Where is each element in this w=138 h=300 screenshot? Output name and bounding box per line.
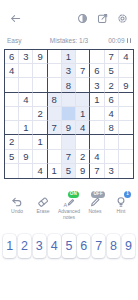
cell-r8c4[interactable] xyxy=(48,150,62,164)
erase-label: Erase xyxy=(36,208,49,214)
cell-r4c4[interactable]: 8 xyxy=(48,93,62,107)
sudoku-board: 6391744376583294816214179482159724415973 xyxy=(4,49,134,179)
cell-r2c9[interactable] xyxy=(119,64,133,78)
cell-r1c2[interactable]: 3 xyxy=(19,50,33,64)
cell-r3c5[interactable]: 8 xyxy=(62,78,76,92)
advanced-notes-label: Advanced notes xyxy=(56,208,82,220)
cell-r8c3[interactable] xyxy=(33,150,47,164)
cell-r2c6[interactable]: 7 xyxy=(76,64,90,78)
svg-text:A: A xyxy=(64,202,68,208)
difficulty-label: Easy xyxy=(7,37,41,44)
undo-button[interactable]: Undo xyxy=(4,194,30,220)
cell-r3c1[interactable] xyxy=(5,78,19,92)
cell-r9c2[interactable] xyxy=(19,164,33,178)
cell-r1c4[interactable] xyxy=(48,50,62,64)
cell-r6c8[interactable]: 8 xyxy=(105,121,119,135)
cell-r4c9[interactable] xyxy=(119,93,133,107)
cell-r7c5[interactable] xyxy=(62,135,76,149)
back-button[interactable] xyxy=(10,13,21,24)
undo-icon xyxy=(11,194,23,206)
cell-r7c7[interactable] xyxy=(90,135,104,149)
cell-r3c4[interactable] xyxy=(48,78,62,92)
cell-r6c6[interactable]: 4 xyxy=(76,121,90,135)
cell-r4c8[interactable]: 6 xyxy=(105,93,119,107)
cell-r1c6[interactable] xyxy=(76,50,90,64)
cell-r8c5[interactable]: 7 xyxy=(62,150,76,164)
theme-button[interactable] xyxy=(77,13,88,24)
cell-r2c5[interactable]: 3 xyxy=(62,64,76,78)
cell-r5c2[interactable] xyxy=(19,107,33,121)
cell-r6c3[interactable] xyxy=(33,121,47,135)
cell-r4c5[interactable] xyxy=(62,93,76,107)
back-arrow-icon xyxy=(10,13,21,24)
notes-label: Notes xyxy=(88,208,101,214)
numpad-key-7[interactable]: 7 xyxy=(92,234,105,258)
hint-button[interactable]: 1 Hint xyxy=(108,194,134,220)
cell-r9c3[interactable]: 4 xyxy=(33,164,47,178)
cell-r6c4[interactable]: 7 xyxy=(48,121,62,135)
eraser-icon xyxy=(37,194,49,206)
cell-r5c7[interactable] xyxy=(90,107,104,121)
status-bar: Easy Mistakes: 1/3 00:09 xyxy=(0,24,138,44)
cell-r5c9[interactable] xyxy=(119,107,133,121)
numpad-key-2[interactable]: 2 xyxy=(18,234,31,258)
pause-button[interactable] xyxy=(127,38,131,43)
cell-r4c7[interactable]: 1 xyxy=(90,93,104,107)
cell-r7c1[interactable]: 2 xyxy=(5,135,19,149)
notes-button[interactable]: OFF Notes xyxy=(82,194,108,220)
numpad-key-9[interactable]: 9 xyxy=(122,234,135,258)
timer: 00:09 xyxy=(108,37,124,44)
cell-r7c9[interactable] xyxy=(119,135,133,149)
cell-r4c3[interactable] xyxy=(33,93,47,107)
cell-r8c6[interactable]: 2 xyxy=(76,150,90,164)
cell-r5c3[interactable]: 2 xyxy=(33,107,47,121)
cell-r2c4[interactable] xyxy=(48,64,62,78)
cell-r3c7[interactable]: 3 xyxy=(90,78,104,92)
hint-badge: 1 xyxy=(124,191,131,198)
cell-r1c9[interactable]: 4 xyxy=(119,50,133,64)
cell-r5c5[interactable] xyxy=(62,107,76,121)
cell-r2c1[interactable]: 4 xyxy=(5,64,19,78)
cell-r8c2[interactable]: 9 xyxy=(19,150,33,164)
top-app-bar xyxy=(0,0,138,24)
cell-r1c8[interactable]: 7 xyxy=(105,50,119,64)
cell-r7c6[interactable] xyxy=(76,135,90,149)
cell-r3c3[interactable] xyxy=(33,78,47,92)
cell-r2c2[interactable] xyxy=(19,64,33,78)
cell-r9c4[interactable]: 1 xyxy=(48,164,62,178)
cell-r9c7[interactable]: 7 xyxy=(90,164,104,178)
cell-r9c9[interactable] xyxy=(119,164,133,178)
cell-r1c1[interactable]: 6 xyxy=(5,50,19,64)
gear-icon xyxy=(117,13,128,24)
cell-r9c6[interactable]: 9 xyxy=(76,164,90,178)
cell-r9c1[interactable] xyxy=(5,164,19,178)
cell-r6c5[interactable]: 9 xyxy=(62,121,76,135)
cell-r8c1[interactable]: 5 xyxy=(5,150,19,164)
cell-r9c8[interactable]: 3 xyxy=(105,164,119,178)
numpad-key-6[interactable]: 6 xyxy=(77,234,90,258)
numpad-key-3[interactable]: 3 xyxy=(33,234,46,258)
number-pad: 123456789 xyxy=(0,234,138,258)
cell-r4c1[interactable] xyxy=(5,93,19,107)
erase-button[interactable]: Erase xyxy=(30,194,56,220)
undo-label: Undo xyxy=(11,208,23,214)
hint-label: Hint xyxy=(117,208,126,214)
theme-icon xyxy=(77,13,88,24)
game-toolbar: Undo Erase ON A Advanced notes OFF Notes… xyxy=(0,194,138,220)
cell-r9c5[interactable]: 5 xyxy=(62,164,76,178)
advanced-notes-badge: ON xyxy=(68,191,79,198)
cell-r1c7[interactable] xyxy=(90,50,104,64)
cell-r7c4[interactable] xyxy=(48,135,62,149)
cell-r2c7[interactable]: 6 xyxy=(90,64,104,78)
cell-r3c6[interactable] xyxy=(76,78,90,92)
numpad-key-1[interactable]: 1 xyxy=(3,234,16,258)
cell-r8c7[interactable]: 4 xyxy=(90,150,104,164)
cell-r4c2[interactable]: 4 xyxy=(19,93,33,107)
numpad-key-5[interactable]: 5 xyxy=(62,234,75,258)
sudoku-app-screen: Easy Mistakes: 1/3 00:09 639174437658329… xyxy=(0,0,138,300)
cell-r7c8[interactable] xyxy=(105,135,119,149)
cell-r5c4[interactable] xyxy=(48,107,62,121)
mistakes-counter: Mistakes: 1/3 xyxy=(41,37,96,44)
cell-r1c3[interactable]: 9 xyxy=(33,50,47,64)
edit-square-icon xyxy=(97,13,108,24)
new-game-button[interactable] xyxy=(97,13,108,24)
cell-r6c9[interactable] xyxy=(119,121,133,135)
cell-r3c9[interactable]: 9 xyxy=(119,78,133,92)
settings-button[interactable] xyxy=(117,13,128,24)
cell-r7c2[interactable] xyxy=(19,135,33,149)
cell-r8c8[interactable] xyxy=(105,150,119,164)
numpad-key-8[interactable]: 8 xyxy=(107,234,120,258)
cell-r6c7[interactable] xyxy=(90,121,104,135)
numpad-key-4[interactable]: 4 xyxy=(48,234,61,258)
cell-r7c3[interactable]: 1 xyxy=(33,135,47,149)
cell-r2c3[interactable] xyxy=(33,64,47,78)
cell-r8c9[interactable] xyxy=(119,150,133,164)
cell-r5c1[interactable] xyxy=(5,107,19,121)
cell-r6c2[interactable]: 1 xyxy=(19,121,33,135)
notes-badge: OFF xyxy=(91,191,105,198)
cell-r3c8[interactable]: 2 xyxy=(105,78,119,92)
cell-r3c2[interactable] xyxy=(19,78,33,92)
cell-r5c6[interactable]: 1 xyxy=(76,107,90,121)
cell-r2c8[interactable]: 5 xyxy=(105,64,119,78)
cell-r4c6[interactable] xyxy=(76,93,90,107)
cell-r6c1[interactable] xyxy=(5,121,19,135)
advanced-notes-button[interactable]: ON A Advanced notes xyxy=(56,194,82,220)
cell-r5c8[interactable]: 4 xyxy=(105,107,119,121)
cell-r1c5[interactable]: 1 xyxy=(62,50,76,64)
